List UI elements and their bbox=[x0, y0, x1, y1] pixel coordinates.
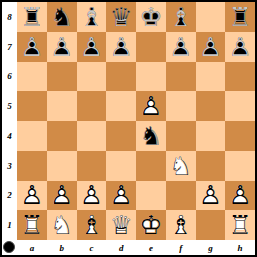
rank-label-5: 5 bbox=[2, 91, 17, 121]
file-label-b: b bbox=[47, 240, 77, 255]
square-c3[interactable] bbox=[77, 151, 107, 181]
square-f2[interactable] bbox=[166, 181, 196, 211]
square-h4[interactable] bbox=[225, 121, 255, 151]
piece-white-pawn[interactable]: ♟♙ bbox=[47, 181, 77, 211]
rank-label-3: 3 bbox=[2, 151, 17, 181]
square-a6[interactable] bbox=[17, 62, 47, 92]
diagram-inner: 87654321 ♜♖♞♘♝♗♛♕♚♔♝♗♜♖♟♙♟♙♟♙♟♙♟♙♟♙♟♙♟♙♞… bbox=[2, 2, 255, 255]
piece-glyph-outline: ♙ bbox=[77, 32, 107, 62]
square-c8[interactable]: ♝♗ bbox=[77, 2, 107, 32]
piece-white-bishop[interactable]: ♝♗ bbox=[166, 210, 196, 240]
square-c2[interactable]: ♟♙ bbox=[77, 181, 107, 211]
piece-glyph-outline: ♙ bbox=[47, 181, 77, 211]
file-label-h: h bbox=[225, 240, 255, 255]
square-b6[interactable] bbox=[47, 62, 77, 92]
piece-white-pawn[interactable]: ♟♙ bbox=[106, 181, 136, 211]
square-h1[interactable]: ♜♖ bbox=[225, 210, 255, 240]
piece-black-pawn[interactable]: ♟♙ bbox=[17, 32, 47, 62]
piece-white-knight[interactable]: ♞♘ bbox=[166, 151, 196, 181]
rank-label-8: 8 bbox=[2, 2, 17, 32]
rank-label-1: 1 bbox=[2, 210, 17, 240]
square-e1[interactable]: ♚♔ bbox=[136, 210, 166, 240]
file-labels: abcdefgh bbox=[17, 240, 255, 255]
rank-labels: 87654321 bbox=[2, 2, 17, 240]
piece-glyph-outline: ♕ bbox=[106, 2, 136, 32]
file-label-c: c bbox=[77, 240, 107, 255]
piece-white-rook[interactable]: ♜♖ bbox=[17, 210, 47, 240]
square-d6[interactable] bbox=[106, 62, 136, 92]
piece-glyph-outline: ♕ bbox=[106, 210, 136, 240]
square-g5[interactable] bbox=[196, 91, 226, 121]
piece-glyph-outline: ♙ bbox=[17, 32, 47, 62]
square-h7[interactable]: ♟♙ bbox=[225, 32, 255, 62]
piece-white-queen[interactable]: ♛♕ bbox=[106, 210, 136, 240]
square-b2[interactable]: ♟♙ bbox=[47, 181, 77, 211]
file-label-f: f bbox=[166, 240, 196, 255]
piece-black-bishop[interactable]: ♝♗ bbox=[166, 2, 196, 32]
file-label-e: e bbox=[136, 240, 166, 255]
piece-white-king[interactable]: ♚♔ bbox=[136, 210, 166, 240]
square-d2[interactable]: ♟♙ bbox=[106, 181, 136, 211]
chess-diagram: 87654321 ♜♖♞♘♝♗♛♕♚♔♝♗♜♖♟♙♟♙♟♙♟♙♟♙♟♙♟♙♟♙♞… bbox=[0, 0, 257, 257]
square-d5[interactable] bbox=[106, 91, 136, 121]
piece-glyph-outline: ♖ bbox=[225, 210, 255, 240]
piece-white-pawn[interactable]: ♟♙ bbox=[225, 181, 255, 211]
square-d7[interactable]: ♟♙ bbox=[106, 32, 136, 62]
square-b7[interactable]: ♟♙ bbox=[47, 32, 77, 62]
piece-black-pawn[interactable]: ♟♙ bbox=[196, 32, 226, 62]
piece-black-pawn[interactable]: ♟♙ bbox=[225, 32, 255, 62]
piece-white-rook[interactable]: ♜♖ bbox=[225, 210, 255, 240]
square-f1[interactable]: ♝♗ bbox=[166, 210, 196, 240]
rank-label-7: 7 bbox=[2, 32, 17, 62]
piece-glyph-outline: ♗ bbox=[166, 2, 196, 32]
square-e5[interactable]: ♟♙ bbox=[136, 91, 166, 121]
piece-glyph-outline: ♖ bbox=[17, 2, 47, 32]
piece-black-rook[interactable]: ♜♖ bbox=[17, 2, 47, 32]
square-h5[interactable] bbox=[225, 91, 255, 121]
square-e2[interactable] bbox=[136, 181, 166, 211]
piece-white-pawn[interactable]: ♟♙ bbox=[17, 181, 47, 211]
square-c5[interactable] bbox=[77, 91, 107, 121]
square-f7[interactable]: ♟♙ bbox=[166, 32, 196, 62]
square-g4[interactable] bbox=[196, 121, 226, 151]
piece-glyph-outline: ♙ bbox=[136, 91, 166, 121]
side-to-move-indicator bbox=[3, 241, 15, 253]
file-label-g: g bbox=[196, 240, 226, 255]
piece-white-pawn[interactable]: ♟♙ bbox=[196, 181, 226, 211]
square-g1[interactable] bbox=[196, 210, 226, 240]
square-f3[interactable]: ♞♘ bbox=[166, 151, 196, 181]
file-label-a: a bbox=[17, 240, 47, 255]
square-h3[interactable] bbox=[225, 151, 255, 181]
square-b8[interactable]: ♞♘ bbox=[47, 2, 77, 32]
piece-white-pawn[interactable]: ♟♙ bbox=[136, 91, 166, 121]
piece-glyph-outline: ♙ bbox=[196, 32, 226, 62]
rank-label-4: 4 bbox=[2, 121, 17, 151]
square-d8[interactable]: ♛♕ bbox=[106, 2, 136, 32]
square-a7[interactable]: ♟♙ bbox=[17, 32, 47, 62]
piece-glyph-outline: ♙ bbox=[225, 181, 255, 211]
square-b4[interactable] bbox=[47, 121, 77, 151]
piece-black-bishop[interactable]: ♝♗ bbox=[77, 2, 107, 32]
piece-black-knight[interactable]: ♞♘ bbox=[47, 2, 77, 32]
square-d1[interactable]: ♛♕ bbox=[106, 210, 136, 240]
square-e3[interactable] bbox=[136, 151, 166, 181]
square-a8[interactable]: ♜♖ bbox=[17, 2, 47, 32]
square-a1[interactable]: ♜♖ bbox=[17, 210, 47, 240]
square-c4[interactable] bbox=[77, 121, 107, 151]
square-f5[interactable] bbox=[166, 91, 196, 121]
piece-glyph-outline: ♘ bbox=[136, 121, 166, 151]
square-h2[interactable]: ♟♙ bbox=[225, 181, 255, 211]
piece-glyph-outline: ♗ bbox=[166, 210, 196, 240]
board: ♜♖♞♘♝♗♛♕♚♔♝♗♜♖♟♙♟♙♟♙♟♙♟♙♟♙♟♙♟♙♞♘♞♘♟♙♟♙♟♙… bbox=[17, 2, 255, 240]
square-g6[interactable] bbox=[196, 62, 226, 92]
piece-black-pawn[interactable]: ♟♙ bbox=[77, 32, 107, 62]
piece-black-knight[interactable]: ♞♘ bbox=[136, 121, 166, 151]
piece-black-pawn[interactable]: ♟♙ bbox=[106, 32, 136, 62]
square-h8[interactable]: ♜♖ bbox=[225, 2, 255, 32]
piece-glyph-outline: ♙ bbox=[77, 181, 107, 211]
square-f6[interactable] bbox=[166, 62, 196, 92]
square-e6[interactable] bbox=[136, 62, 166, 92]
piece-glyph-outline: ♔ bbox=[136, 210, 166, 240]
piece-glyph-outline: ♙ bbox=[225, 32, 255, 62]
square-a4[interactable] bbox=[17, 121, 47, 151]
square-e8[interactable]: ♚♔ bbox=[136, 2, 166, 32]
file-label-d: d bbox=[106, 240, 136, 255]
piece-glyph-outline: ♖ bbox=[17, 210, 47, 240]
square-d4[interactable] bbox=[106, 121, 136, 151]
square-c7[interactable]: ♟♙ bbox=[77, 32, 107, 62]
piece-black-rook[interactable]: ♜♖ bbox=[225, 2, 255, 32]
piece-glyph-outline: ♙ bbox=[106, 181, 136, 211]
piece-white-bishop[interactable]: ♝♗ bbox=[77, 210, 107, 240]
piece-black-pawn[interactable]: ♟♙ bbox=[47, 32, 77, 62]
piece-glyph-outline: ♙ bbox=[196, 181, 226, 211]
piece-glyph-outline: ♙ bbox=[17, 181, 47, 211]
square-g7[interactable]: ♟♙ bbox=[196, 32, 226, 62]
square-c1[interactable]: ♝♗ bbox=[77, 210, 107, 240]
piece-glyph-outline: ♖ bbox=[225, 2, 255, 32]
piece-black-king[interactable]: ♚♔ bbox=[136, 2, 166, 32]
square-g3[interactable] bbox=[196, 151, 226, 181]
piece-white-knight[interactable]: ♞♘ bbox=[47, 210, 77, 240]
square-d3[interactable] bbox=[106, 151, 136, 181]
square-a2[interactable]: ♟♙ bbox=[17, 181, 47, 211]
piece-black-pawn[interactable]: ♟♙ bbox=[166, 32, 196, 62]
square-f8[interactable]: ♝♗ bbox=[166, 2, 196, 32]
square-b1[interactable]: ♞♘ bbox=[47, 210, 77, 240]
square-b5[interactable] bbox=[47, 91, 77, 121]
piece-glyph-outline: ♙ bbox=[166, 32, 196, 62]
square-e4[interactable]: ♞♘ bbox=[136, 121, 166, 151]
piece-glyph-outline: ♔ bbox=[136, 2, 166, 32]
piece-black-queen[interactable]: ♛♕ bbox=[106, 2, 136, 32]
square-b3[interactable] bbox=[47, 151, 77, 181]
square-e7[interactable] bbox=[136, 32, 166, 62]
square-g2[interactable]: ♟♙ bbox=[196, 181, 226, 211]
rank-label-6: 6 bbox=[2, 62, 17, 92]
piece-glyph-outline: ♘ bbox=[166, 151, 196, 181]
square-c6[interactable] bbox=[77, 62, 107, 92]
square-f4[interactable] bbox=[166, 121, 196, 151]
piece-glyph-outline: ♙ bbox=[106, 32, 136, 62]
piece-glyph-outline: ♗ bbox=[77, 2, 107, 32]
square-a3[interactable] bbox=[17, 151, 47, 181]
rank-label-2: 2 bbox=[2, 181, 17, 211]
piece-glyph-outline: ♘ bbox=[47, 2, 77, 32]
piece-white-pawn[interactable]: ♟♙ bbox=[77, 181, 107, 211]
square-h6[interactable] bbox=[225, 62, 255, 92]
piece-glyph-outline: ♙ bbox=[47, 32, 77, 62]
piece-glyph-outline: ♗ bbox=[77, 210, 107, 240]
square-a5[interactable] bbox=[17, 91, 47, 121]
square-g8[interactable] bbox=[196, 2, 226, 32]
piece-glyph-outline: ♘ bbox=[47, 210, 77, 240]
